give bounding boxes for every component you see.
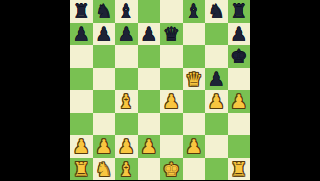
square-g8[interactable]: ♞ xyxy=(205,0,228,23)
chess-board: ♜♞♝♝♞♜♟♟♟♟♛♟♚♛♟♝♟♟♟♟♟♟♟♟♜♞♝♚♜ xyxy=(70,0,250,180)
square-f2[interactable]: ♟ xyxy=(183,135,206,158)
square-f8[interactable]: ♝ xyxy=(183,0,206,23)
square-d5[interactable] xyxy=(138,68,161,91)
square-d6[interactable] xyxy=(138,45,161,68)
square-h2[interactable] xyxy=(228,135,251,158)
square-b8[interactable]: ♞ xyxy=(93,0,116,23)
square-e8[interactable] xyxy=(160,0,183,23)
square-e3[interactable] xyxy=(160,113,183,136)
piece-white-knight[interactable]: ♞ xyxy=(95,158,112,180)
square-b6[interactable] xyxy=(93,45,116,68)
square-b7[interactable]: ♟ xyxy=(93,23,116,46)
piece-black-rook[interactable]: ♜ xyxy=(230,0,247,22)
piece-white-pawn[interactable]: ♟ xyxy=(73,135,90,157)
square-d4[interactable] xyxy=(138,90,161,113)
piece-black-bishop[interactable]: ♝ xyxy=(118,0,135,22)
square-a6[interactable] xyxy=(70,45,93,68)
piece-black-knight[interactable]: ♞ xyxy=(208,0,225,22)
square-c6[interactable] xyxy=(115,45,138,68)
square-a8[interactable]: ♜ xyxy=(70,0,93,23)
square-a2[interactable]: ♟ xyxy=(70,135,93,158)
square-c8[interactable]: ♝ xyxy=(115,0,138,23)
square-d8[interactable] xyxy=(138,0,161,23)
piece-white-pawn[interactable]: ♟ xyxy=(163,90,180,112)
piece-white-bishop[interactable]: ♝ xyxy=(118,158,135,180)
piece-black-pawn[interactable]: ♟ xyxy=(118,23,135,45)
piece-white-pawn[interactable]: ♟ xyxy=(118,135,135,157)
square-h6[interactable]: ♚ xyxy=(228,45,251,68)
square-h1[interactable]: ♜ xyxy=(228,158,251,181)
square-f6[interactable] xyxy=(183,45,206,68)
square-g3[interactable] xyxy=(205,113,228,136)
square-h4[interactable]: ♟ xyxy=(228,90,251,113)
square-g6[interactable] xyxy=(205,45,228,68)
square-e1[interactable]: ♚ xyxy=(160,158,183,181)
square-c3[interactable] xyxy=(115,113,138,136)
square-b4[interactable] xyxy=(93,90,116,113)
square-e4[interactable]: ♟ xyxy=(160,90,183,113)
piece-white-pawn[interactable]: ♟ xyxy=(185,135,202,157)
piece-black-pawn[interactable]: ♟ xyxy=(73,23,90,45)
square-e7[interactable]: ♛ xyxy=(160,23,183,46)
square-g1[interactable] xyxy=(205,158,228,181)
piece-black-bishop[interactable]: ♝ xyxy=(185,0,202,22)
square-f5[interactable]: ♛ xyxy=(183,68,206,91)
square-f4[interactable] xyxy=(183,90,206,113)
piece-white-pawn[interactable]: ♟ xyxy=(230,90,247,112)
piece-white-queen[interactable]: ♛ xyxy=(185,68,202,90)
square-d3[interactable] xyxy=(138,113,161,136)
piece-white-rook[interactable]: ♜ xyxy=(230,158,247,180)
square-b2[interactable]: ♟ xyxy=(93,135,116,158)
piece-black-pawn[interactable]: ♟ xyxy=(208,68,225,90)
square-h5[interactable] xyxy=(228,68,251,91)
piece-black-king[interactable]: ♚ xyxy=(230,45,247,67)
square-b3[interactable] xyxy=(93,113,116,136)
square-g2[interactable] xyxy=(205,135,228,158)
piece-white-pawn[interactable]: ♟ xyxy=(140,135,157,157)
square-c7[interactable]: ♟ xyxy=(115,23,138,46)
game-screen: ♜♞♝♝♞♜♟♟♟♟♛♟♚♛♟♝♟♟♟♟♟♟♟♟♜♞♝♚♜ xyxy=(0,0,320,180)
square-b5[interactable] xyxy=(93,68,116,91)
piece-black-pawn[interactable]: ♟ xyxy=(95,23,112,45)
square-g7[interactable] xyxy=(205,23,228,46)
piece-black-rook[interactable]: ♜ xyxy=(73,0,90,22)
piece-black-knight[interactable]: ♞ xyxy=(95,0,112,22)
square-d7[interactable]: ♟ xyxy=(138,23,161,46)
letterbox-right xyxy=(250,0,320,180)
square-e5[interactable] xyxy=(160,68,183,91)
square-e6[interactable] xyxy=(160,45,183,68)
square-h7[interactable]: ♟ xyxy=(228,23,251,46)
square-a5[interactable] xyxy=(70,68,93,91)
square-h8[interactable]: ♜ xyxy=(228,0,251,23)
square-c2[interactable]: ♟ xyxy=(115,135,138,158)
square-g5[interactable]: ♟ xyxy=(205,68,228,91)
square-f3[interactable] xyxy=(183,113,206,136)
square-d1[interactable] xyxy=(138,158,161,181)
piece-white-pawn[interactable]: ♟ xyxy=(95,135,112,157)
square-c1[interactable]: ♝ xyxy=(115,158,138,181)
piece-black-pawn[interactable]: ♟ xyxy=(140,23,157,45)
square-g4[interactable]: ♟ xyxy=(205,90,228,113)
square-e2[interactable] xyxy=(160,135,183,158)
square-c5[interactable] xyxy=(115,68,138,91)
square-a7[interactable]: ♟ xyxy=(70,23,93,46)
piece-white-king[interactable]: ♚ xyxy=(163,158,180,180)
piece-white-bishop[interactable]: ♝ xyxy=(118,90,135,112)
piece-black-pawn[interactable]: ♟ xyxy=(230,23,247,45)
square-d2[interactable]: ♟ xyxy=(138,135,161,158)
piece-white-pawn[interactable]: ♟ xyxy=(208,90,225,112)
square-h3[interactable] xyxy=(228,113,251,136)
piece-black-queen[interactable]: ♛ xyxy=(163,23,180,45)
square-c4[interactable]: ♝ xyxy=(115,90,138,113)
square-a4[interactable] xyxy=(70,90,93,113)
square-a1[interactable]: ♜ xyxy=(70,158,93,181)
square-f1[interactable] xyxy=(183,158,206,181)
square-b1[interactable]: ♞ xyxy=(93,158,116,181)
square-f7[interactable] xyxy=(183,23,206,46)
square-a3[interactable] xyxy=(70,113,93,136)
letterbox-left xyxy=(0,0,70,180)
piece-white-rook[interactable]: ♜ xyxy=(73,158,90,180)
